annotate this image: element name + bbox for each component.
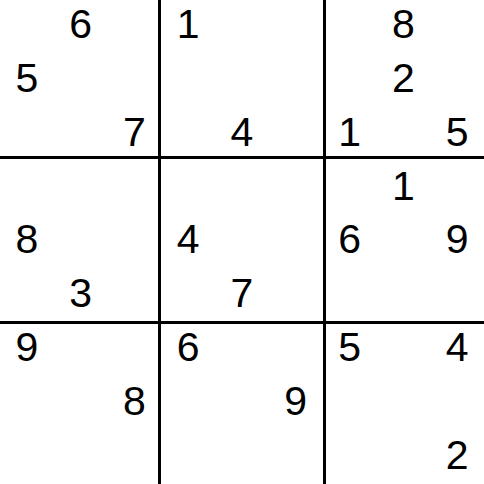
given-digit: 4 — [446, 327, 469, 368]
cell-r6c4[interactable] — [161, 269, 215, 323]
given-digit: 6 — [177, 327, 200, 368]
box-separator-horizontal-1 — [0, 156, 484, 159]
cell-r6c1[interactable] — [0, 269, 54, 323]
given-digit: 3 — [69, 273, 92, 314]
given-digit: 9 — [15, 327, 38, 368]
cell-r5c6[interactable] — [269, 215, 323, 269]
cell-r4c1[interactable] — [0, 161, 54, 215]
given-digit: 7 — [123, 112, 146, 153]
cell-r1c4[interactable]: 1 — [161, 0, 215, 54]
given-digit: 1 — [338, 112, 361, 153]
cell-r1c1[interactable] — [0, 0, 54, 54]
cell-r7c4[interactable]: 6 — [161, 323, 215, 377]
given-digit: 4 — [177, 219, 200, 260]
cell-r3c1[interactable] — [0, 108, 54, 162]
cell-r9c5[interactable] — [215, 430, 269, 484]
cell-r2c4[interactable] — [161, 54, 215, 108]
cell-r7c6[interactable] — [269, 323, 323, 377]
box-separator-horizontal-2 — [0, 321, 484, 324]
cell-r3c3[interactable]: 7 — [108, 108, 162, 162]
cell-r7c2[interactable] — [54, 323, 108, 377]
cell-r3c4[interactable] — [161, 108, 215, 162]
cell-r9c9[interactable]: 2 — [430, 430, 484, 484]
cell-r1c8[interactable]: 8 — [376, 0, 430, 54]
cell-r5c5[interactable] — [215, 215, 269, 269]
cell-r4c6[interactable] — [269, 161, 323, 215]
box-separator-vertical-1 — [158, 0, 161, 484]
cell-r5c2[interactable] — [54, 215, 108, 269]
cell-r8c1[interactable] — [0, 376, 54, 430]
cell-r4c2[interactable] — [54, 161, 108, 215]
cell-r3c6[interactable] — [269, 108, 323, 162]
cell-r5c3[interactable] — [108, 215, 162, 269]
cell-r1c6[interactable] — [269, 0, 323, 54]
cell-r1c5[interactable] — [215, 0, 269, 54]
cell-r9c1[interactable] — [0, 430, 54, 484]
cell-r1c3[interactable] — [108, 0, 162, 54]
cell-r5c4[interactable]: 4 — [161, 215, 215, 269]
cell-r2c7[interactable] — [323, 54, 377, 108]
cell-r3c5[interactable]: 4 — [215, 108, 269, 162]
cell-r7c9[interactable]: 4 — [430, 323, 484, 377]
given-digit: 9 — [446, 219, 469, 260]
cell-r1c2[interactable]: 6 — [54, 0, 108, 54]
given-digit: 2 — [392, 58, 415, 99]
cell-r7c1[interactable]: 9 — [0, 323, 54, 377]
cell-r6c2[interactable]: 3 — [54, 269, 108, 323]
cell-r4c7[interactable] — [323, 161, 377, 215]
cell-r3c2[interactable] — [54, 108, 108, 162]
given-digit: 6 — [338, 219, 361, 260]
given-digit: 6 — [69, 4, 92, 45]
cell-r2c5[interactable] — [215, 54, 269, 108]
sudoku-board: 61852741518469379654892 — [0, 0, 484, 484]
given-digit: 8 — [392, 4, 415, 45]
cell-r7c5[interactable] — [215, 323, 269, 377]
cell-r5c7[interactable]: 6 — [323, 215, 377, 269]
cell-r3c8[interactable] — [376, 108, 430, 162]
cell-r5c8[interactable] — [376, 215, 430, 269]
given-digit: 1 — [392, 166, 415, 207]
cell-r2c3[interactable] — [108, 54, 162, 108]
cell-r9c3[interactable] — [108, 430, 162, 484]
cell-r7c7[interactable]: 5 — [323, 323, 377, 377]
cell-r4c3[interactable] — [108, 161, 162, 215]
cell-r9c8[interactable] — [376, 430, 430, 484]
cell-r9c6[interactable] — [269, 430, 323, 484]
cell-r8c8[interactable] — [376, 376, 430, 430]
cell-r7c8[interactable] — [376, 323, 430, 377]
given-digit: 8 — [123, 381, 146, 422]
given-digit: 8 — [15, 219, 38, 260]
cell-r9c2[interactable] — [54, 430, 108, 484]
cell-r2c6[interactable] — [269, 54, 323, 108]
cell-r4c8[interactable]: 1 — [376, 161, 430, 215]
cell-r6c8[interactable] — [376, 269, 430, 323]
given-digit: 7 — [231, 273, 254, 314]
sudoku-grid: 61852741518469379654892 — [0, 0, 484, 484]
cell-r3c9[interactable]: 5 — [430, 108, 484, 162]
cell-r2c8[interactable]: 2 — [376, 54, 430, 108]
cell-r8c2[interactable] — [54, 376, 108, 430]
cell-r3c7[interactable]: 1 — [323, 108, 377, 162]
given-digit: 5 — [338, 327, 361, 368]
given-digit: 5 — [15, 58, 38, 99]
cell-r6c7[interactable] — [323, 269, 377, 323]
cell-r6c9[interactable] — [430, 269, 484, 323]
cell-r8c9[interactable] — [430, 376, 484, 430]
cell-r8c4[interactable] — [161, 376, 215, 430]
cell-r6c3[interactable] — [108, 269, 162, 323]
cell-r2c1[interactable]: 5 — [0, 54, 54, 108]
cell-r9c7[interactable] — [323, 430, 377, 484]
cell-r9c4[interactable] — [161, 430, 215, 484]
cell-r8c6[interactable]: 9 — [269, 376, 323, 430]
cell-r8c5[interactable] — [215, 376, 269, 430]
box-separator-vertical-2 — [323, 0, 326, 484]
given-digit: 4 — [231, 112, 254, 153]
cell-r2c9[interactable] — [430, 54, 484, 108]
given-digit: 5 — [446, 112, 469, 153]
given-digit: 9 — [284, 381, 307, 422]
cell-r6c6[interactable] — [269, 269, 323, 323]
cell-r5c1[interactable]: 8 — [0, 215, 54, 269]
cell-r8c3[interactable]: 8 — [108, 376, 162, 430]
given-digit: 2 — [446, 435, 469, 476]
cell-r1c9[interactable] — [430, 0, 484, 54]
cell-r8c7[interactable] — [323, 376, 377, 430]
cell-r4c9[interactable] — [430, 161, 484, 215]
cell-r7c3[interactable] — [108, 323, 162, 377]
cell-r4c5[interactable] — [215, 161, 269, 215]
cell-r1c7[interactable] — [323, 0, 377, 54]
cell-r2c2[interactable] — [54, 54, 108, 108]
given-digit: 1 — [177, 4, 200, 45]
cell-r6c5[interactable]: 7 — [215, 269, 269, 323]
cell-r4c4[interactable] — [161, 161, 215, 215]
cell-r5c9[interactable]: 9 — [430, 215, 484, 269]
